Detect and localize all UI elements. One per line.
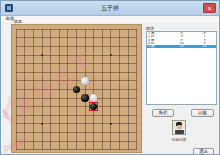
undo-button[interactable]: 悔棋 [152,109,174,117]
board-cell[interactable] [107,51,116,60]
board-cell[interactable] [64,111,73,120]
board-cell[interactable] [46,145,55,154]
board-cell[interactable] [89,25,98,34]
board-cell[interactable] [29,68,38,77]
board-cell[interactable] [46,120,55,129]
board-cell[interactable] [98,145,107,154]
board-cell[interactable] [89,68,98,77]
board-cell[interactable] [55,85,64,94]
board-cell[interactable] [89,145,98,154]
board-cell[interactable] [64,42,73,51]
board-cell[interactable] [29,42,38,51]
board-cell[interactable] [81,42,90,51]
board-cell[interactable] [124,120,133,129]
board-cell[interactable] [12,102,21,111]
board-cell[interactable] [89,59,98,68]
board-cell[interactable] [98,111,107,120]
board-cell[interactable] [107,145,116,154]
board-cell[interactable] [115,85,124,94]
board-cell[interactable] [98,51,107,60]
board-cell[interactable] [55,94,64,103]
star-point [41,123,44,126]
board-cell[interactable] [72,145,81,154]
board-cell[interactable] [107,77,116,86]
board-cell[interactable] [132,137,141,146]
board-cell[interactable] [38,42,47,51]
board-cell[interactable] [64,94,73,103]
board-cell[interactable] [64,102,73,111]
board-cell[interactable] [89,128,98,137]
board-cell[interactable] [55,42,64,51]
board-cell[interactable] [64,128,73,137]
board-cell[interactable] [115,77,124,86]
board-cell[interactable] [132,145,141,154]
board-grid[interactable] [12,25,141,154]
move-cell: 5 黑 [148,45,170,48]
board-cell[interactable] [38,128,47,137]
board-cell[interactable] [107,94,116,103]
board-cell[interactable] [124,77,133,86]
board-cell[interactable] [115,120,124,129]
board-cell[interactable] [12,94,21,103]
board-cell[interactable] [89,102,98,111]
player-avatar [172,120,186,135]
board-cell[interactable] [124,34,133,43]
board-cell[interactable] [64,77,73,86]
board-cell[interactable] [46,51,55,60]
menu-bar: 选项 [1,16,219,22]
board-cell[interactable] [72,137,81,146]
board-cell[interactable] [132,25,141,34]
board-cell[interactable] [107,137,116,146]
board-cell[interactable] [107,111,116,120]
board-cell[interactable] [107,68,116,77]
board-cell[interactable] [132,77,141,86]
board-cell[interactable] [115,34,124,43]
board-cell[interactable] [29,94,38,103]
board-cell[interactable] [107,120,116,129]
board-cell[interactable] [29,85,38,94]
board-cell[interactable] [107,34,116,43]
board-cell[interactable] [12,137,21,146]
board-cell[interactable] [21,68,30,77]
board-cell[interactable] [115,137,124,146]
board-cell[interactable] [124,68,133,77]
board-cell[interactable] [115,42,124,51]
board-cell[interactable] [81,25,90,34]
board-cell[interactable] [38,94,47,103]
board-cell[interactable] [124,102,133,111]
board-cell[interactable] [12,59,21,68]
board-cell[interactable] [21,59,30,68]
board-cell[interactable] [107,85,116,94]
board-cell[interactable] [72,25,81,34]
stone-white [81,77,88,84]
board-cell[interactable] [29,102,38,111]
board-cell[interactable] [132,34,141,43]
menu-item-options[interactable]: 选项 [5,16,14,22]
board-cell[interactable] [64,51,73,60]
board-cell[interactable] [29,59,38,68]
board-cell[interactable] [89,85,98,94]
move-row[interactable]: 5 黑1010 [147,45,216,48]
board-cell[interactable] [98,137,107,146]
board-cell[interactable] [46,59,55,68]
board-cell[interactable] [38,111,47,120]
board-cell[interactable] [124,128,133,137]
board-cell[interactable] [21,94,30,103]
board-cell[interactable] [12,111,21,120]
stone-white [90,94,97,101]
board-cell[interactable] [132,68,141,77]
board-cell[interactable] [21,85,30,94]
board-cell[interactable] [72,34,81,43]
board-cell[interactable] [124,137,133,146]
board-cell[interactable] [64,25,73,34]
board-cell[interactable] [132,85,141,94]
board-cell[interactable] [72,68,81,77]
move-cell: 10 [170,45,193,48]
board-cell[interactable] [132,128,141,137]
board-cell[interactable] [12,145,21,154]
board-cell[interactable] [12,51,21,60]
board-cell[interactable] [115,128,124,137]
board-cell[interactable] [55,111,64,120]
board-cell[interactable] [46,137,55,146]
board-cell[interactable] [115,59,124,68]
board-cell[interactable] [72,120,81,129]
board-cell[interactable] [29,25,38,34]
board-cell[interactable] [64,145,73,154]
board-cell[interactable] [55,59,64,68]
board-cell[interactable] [124,85,133,94]
title-bar[interactable]: 五子棋 × [1,1,219,16]
board-cell[interactable] [72,102,81,111]
board-cell[interactable] [81,111,90,120]
board-cell[interactable] [132,42,141,51]
board-cell[interactable] [21,137,30,146]
player-name: 电脑玩家 [161,137,197,142]
board-cell[interactable] [115,102,124,111]
exit-button[interactable]: 退出 [193,148,214,155]
stone-black [73,86,80,93]
resign-button[interactable]: 认输 [191,109,214,117]
stone-black [81,94,88,101]
board-cell[interactable] [89,120,98,129]
board-cell[interactable] [55,34,64,43]
board-cell[interactable] [55,102,64,111]
board-cell[interactable] [12,68,21,77]
board-cell[interactable] [55,128,64,137]
board-cell[interactable] [98,77,107,86]
board-cell[interactable] [29,51,38,60]
board-cell[interactable] [29,137,38,146]
board-cell[interactable] [107,102,116,111]
board-cell[interactable] [46,77,55,86]
board-cell[interactable] [124,59,133,68]
board-cell[interactable] [98,128,107,137]
board-cell[interactable] [21,51,30,60]
board-cell[interactable] [98,85,107,94]
move-list[interactable]: 1 黑882 白973 黑994 白1095 黑1010 [146,31,217,105]
close-button[interactable]: × [203,3,216,13]
board-cell[interactable] [64,59,73,68]
board-cell[interactable] [64,120,73,129]
board-cell[interactable] [21,34,30,43]
board-cell[interactable] [132,102,141,111]
board-cell[interactable] [98,34,107,43]
board-cell[interactable] [38,51,47,60]
board-cell[interactable] [46,94,55,103]
board-cell[interactable] [38,85,47,94]
board-cell[interactable] [98,102,107,111]
board-cell[interactable] [81,85,90,94]
board-cell[interactable] [29,120,38,129]
board-cell[interactable] [38,68,47,77]
board-cell[interactable] [124,94,133,103]
board-cell[interactable] [12,77,21,86]
board-cell[interactable] [46,85,55,94]
board-cell[interactable] [115,94,124,103]
board-cell[interactable] [46,25,55,34]
board-cell[interactable] [46,102,55,111]
board-cell[interactable] [81,137,90,146]
board-cell[interactable] [124,25,133,34]
board-cell[interactable] [55,145,64,154]
board-cell[interactable] [29,77,38,86]
board-cell[interactable] [12,34,21,43]
board-cell[interactable] [55,77,64,86]
board-cell[interactable] [12,42,21,51]
board-cell[interactable] [72,111,81,120]
board-cell[interactable] [64,85,73,94]
board-cell[interactable] [21,42,30,51]
board-cell[interactable] [64,34,73,43]
gomoku-board[interactable] [11,24,142,153]
board-cell[interactable] [81,68,90,77]
board-cell[interactable] [107,128,116,137]
board-cell[interactable] [132,111,141,120]
board-cell[interactable] [89,111,98,120]
board-cell[interactable] [21,128,30,137]
board-cell[interactable] [107,25,116,34]
board-cell[interactable] [12,120,21,129]
board-cell[interactable] [81,120,90,129]
board-cell[interactable] [124,51,133,60]
board-cell[interactable] [46,68,55,77]
board-cell[interactable] [46,34,55,43]
board-cell[interactable] [81,145,90,154]
board-cell[interactable] [81,77,90,86]
board-cell[interactable] [81,34,90,43]
board-cell[interactable] [21,77,30,86]
avatar-torso [175,130,184,135]
board-cell[interactable] [29,145,38,154]
board-cell[interactable] [132,94,141,103]
board-cell[interactable] [89,51,98,60]
star-point [110,54,113,57]
board-cell[interactable] [21,145,30,154]
board-cell[interactable] [98,68,107,77]
board-cell[interactable] [38,120,47,129]
board-cell[interactable] [89,34,98,43]
board-cell[interactable] [132,51,141,60]
board-cell[interactable] [124,111,133,120]
board-cell[interactable] [38,59,47,68]
board-cell[interactable] [55,68,64,77]
board-cell[interactable] [98,42,107,51]
board-cell[interactable] [132,120,141,129]
star-point [110,123,113,126]
board-cell[interactable] [72,77,81,86]
board-cell[interactable] [29,128,38,137]
board-cell[interactable] [72,51,81,60]
board-cell[interactable] [89,137,98,146]
board-cell[interactable] [21,25,30,34]
board-cell[interactable] [72,94,81,103]
board-cell[interactable] [64,137,73,146]
board-cell[interactable] [46,128,55,137]
board-cell[interactable] [12,85,21,94]
board-cell[interactable] [107,42,116,51]
board-cell[interactable] [46,42,55,51]
board-cell[interactable] [72,59,81,68]
board-cell[interactable] [12,25,21,34]
board-cell[interactable] [115,51,124,60]
board-cell[interactable] [38,34,47,43]
board-cell[interactable] [38,102,47,111]
board-cell[interactable] [115,145,124,154]
board-cell[interactable] [124,145,133,154]
board-cell[interactable] [81,51,90,60]
stone-black-last-move [90,103,97,110]
board-cell[interactable] [21,120,30,129]
board-cell[interactable] [98,120,107,129]
board-cell[interactable] [38,145,47,154]
board-cell[interactable] [89,77,98,86]
board-cell[interactable] [98,94,107,103]
board-cell[interactable] [38,137,47,146]
board-cell[interactable] [89,42,98,51]
board-cell[interactable] [29,34,38,43]
board-cell[interactable] [115,25,124,34]
board-cell[interactable] [64,68,73,77]
board-cell[interactable] [55,25,64,34]
board-cell[interactable] [115,111,124,120]
board-cell[interactable] [38,77,47,86]
board-cell[interactable] [124,42,133,51]
board-cell[interactable] [81,128,90,137]
board-cell[interactable] [38,25,47,34]
board-cell[interactable] [21,102,30,111]
app-window: 五子棋 × 选项 棋盘 棋谱 1 黑882 白973 黑994 白1095 黑1… [0,0,220,155]
board-cell[interactable] [72,42,81,51]
board-cell[interactable] [12,128,21,137]
board-cell[interactable] [98,59,107,68]
board-cell[interactable] [21,111,30,120]
board-cell[interactable] [29,111,38,120]
board-cell[interactable] [132,59,141,68]
window-title: 五子棋 [1,4,219,12]
board-cell[interactable] [72,85,81,94]
board-cell[interactable] [115,68,124,77]
board-cell[interactable] [107,59,116,68]
board-cell[interactable] [46,111,55,120]
move-cell: 10 [193,45,216,48]
star-point [41,54,44,57]
board-cell[interactable] [81,59,90,68]
avatar-face [177,125,182,129]
board-cell[interactable] [55,137,64,146]
board-cell[interactable] [55,51,64,60]
board-cell[interactable] [55,120,64,129]
board-cell[interactable] [98,25,107,34]
board-cell[interactable] [72,128,81,137]
